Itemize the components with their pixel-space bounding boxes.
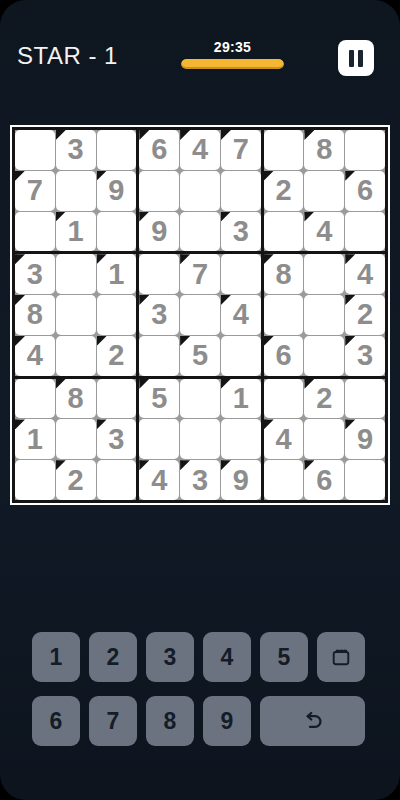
cell-r9c7[interactable] — [264, 460, 304, 500]
key-2[interactable]: 2 — [89, 632, 137, 682]
cell-r4c8[interactable] — [304, 254, 344, 294]
cell-r4c9[interactable]: 4 — [345, 254, 385, 294]
box-4: 31842 — [15, 254, 136, 375]
cell-r2c4[interactable] — [139, 171, 179, 211]
cell-r9c9[interactable] — [345, 460, 385, 500]
cell-r5c3[interactable] — [97, 295, 137, 335]
cell-r7c7[interactable] — [264, 379, 304, 419]
box-9: 2496 — [264, 379, 385, 500]
cell-r3c5[interactable] — [180, 212, 220, 252]
cell-r2c9[interactable]: 6 — [345, 171, 385, 211]
cell-r9c8[interactable]: 6 — [304, 460, 344, 500]
cell-r6c1[interactable]: 4 — [15, 336, 55, 376]
cell-r7c2[interactable]: 8 — [56, 379, 96, 419]
cell-r4c4[interactable] — [139, 254, 179, 294]
cell-r5c5[interactable] — [180, 295, 220, 335]
cell-r6c6[interactable] — [221, 336, 261, 376]
cell-r7c5[interactable] — [180, 379, 220, 419]
cell-r6c4[interactable] — [139, 336, 179, 376]
cell-r1c4[interactable]: 6 — [139, 130, 179, 170]
cell-r9c2[interactable]: 2 — [56, 460, 96, 500]
cell-r5c2[interactable] — [56, 295, 96, 335]
cell-r7c6[interactable]: 1 — [221, 379, 261, 419]
cell-r6c3[interactable]: 2 — [97, 336, 137, 376]
cell-r8c3[interactable]: 3 — [97, 419, 137, 459]
cell-r1c7[interactable] — [264, 130, 304, 170]
cell-r5c1[interactable]: 8 — [15, 295, 55, 335]
sudoku-grid: 3791647938264318427345842638132514392496 — [12, 127, 388, 503]
cell-r6c9[interactable]: 3 — [345, 336, 385, 376]
cell-r7c9[interactable] — [345, 379, 385, 419]
level-title: STAR - 1 — [17, 42, 118, 70]
cell-r4c3[interactable]: 1 — [97, 254, 137, 294]
cell-r8c2[interactable] — [56, 419, 96, 459]
cell-r6c5[interactable]: 5 — [180, 336, 220, 376]
cell-r1c5[interactable]: 4 — [180, 130, 220, 170]
cell-r8c1[interactable]: 1 — [15, 419, 55, 459]
cell-r1c1[interactable] — [15, 130, 55, 170]
cell-r3c2[interactable]: 1 — [56, 212, 96, 252]
cell-r9c1[interactable] — [15, 460, 55, 500]
timer-progress-fill — [181, 59, 284, 69]
cell-r9c6[interactable]: 9 — [221, 460, 261, 500]
cell-r1c2[interactable]: 3 — [56, 130, 96, 170]
cell-r2c5[interactable] — [180, 171, 220, 211]
cell-r4c5[interactable]: 7 — [180, 254, 220, 294]
cell-r5c9[interactable]: 2 — [345, 295, 385, 335]
keypad-row-1: 12345 — [32, 632, 365, 682]
box-7: 8132 — [15, 379, 136, 500]
key-4[interactable]: 4 — [203, 632, 251, 682]
cell-r5c6[interactable]: 4 — [221, 295, 261, 335]
pause-button[interactable] — [338, 40, 374, 76]
notes-button[interactable] — [317, 632, 365, 682]
timer-block: 29:35 — [181, 39, 284, 69]
cell-r4c6[interactable] — [221, 254, 261, 294]
cell-r9c5[interactable]: 3 — [180, 460, 220, 500]
cell-r8c8[interactable] — [304, 419, 344, 459]
cell-r4c2[interactable] — [56, 254, 96, 294]
cell-r1c8[interactable]: 8 — [304, 130, 344, 170]
cell-r8c9[interactable]: 9 — [345, 419, 385, 459]
key-6[interactable]: 6 — [32, 696, 80, 746]
key-5[interactable]: 5 — [260, 632, 308, 682]
box-5: 7345 — [139, 254, 260, 375]
cell-r2c8[interactable] — [304, 171, 344, 211]
undo-button[interactable] — [260, 696, 365, 746]
cell-r3c6[interactable]: 3 — [221, 212, 261, 252]
cell-r5c4[interactable]: 3 — [139, 295, 179, 335]
cell-r2c3[interactable]: 9 — [97, 171, 137, 211]
cell-r1c9[interactable] — [345, 130, 385, 170]
key-3[interactable]: 3 — [146, 632, 194, 682]
cell-r2c1[interactable]: 7 — [15, 171, 55, 211]
box-8: 51439 — [139, 379, 260, 500]
cell-r3c4[interactable]: 9 — [139, 212, 179, 252]
cell-r4c7[interactable]: 8 — [264, 254, 304, 294]
key-8[interactable]: 8 — [146, 696, 194, 746]
cell-r5c8[interactable] — [304, 295, 344, 335]
cell-r3c3[interactable] — [97, 212, 137, 252]
cell-r2c6[interactable] — [221, 171, 261, 211]
key-7[interactable]: 7 — [89, 696, 137, 746]
cell-r3c8[interactable]: 4 — [304, 212, 344, 252]
box-2: 64793 — [139, 130, 260, 251]
cell-r7c3[interactable] — [97, 379, 137, 419]
pause-icon — [349, 50, 354, 67]
cell-r2c7[interactable]: 2 — [264, 171, 304, 211]
cell-r8c4[interactable] — [139, 419, 179, 459]
key-9[interactable]: 9 — [203, 696, 251, 746]
sudoku-board: 3791647938264318427345842638132514392496 — [10, 125, 390, 505]
cell-r7c4[interactable]: 5 — [139, 379, 179, 419]
notepad-icon — [329, 645, 353, 669]
cell-r9c4[interactable]: 4 — [139, 460, 179, 500]
timer-text: 29:35 — [181, 39, 284, 55]
cell-r2c2[interactable] — [56, 171, 96, 211]
cell-r8c6[interactable] — [221, 419, 261, 459]
cell-r6c7[interactable]: 6 — [264, 336, 304, 376]
box-3: 8264 — [264, 130, 385, 251]
cell-r5c7[interactable] — [264, 295, 304, 335]
cell-r7c1[interactable] — [15, 379, 55, 419]
cell-r3c9[interactable] — [345, 212, 385, 252]
cell-r4c1[interactable]: 3 — [15, 254, 55, 294]
cell-r8c7[interactable]: 4 — [264, 419, 304, 459]
cell-r1c6[interactable]: 7 — [221, 130, 261, 170]
pause-icon — [358, 50, 363, 67]
key-1[interactable]: 1 — [32, 632, 80, 682]
cell-r1c3[interactable] — [97, 130, 137, 170]
cell-r9c3[interactable] — [97, 460, 137, 500]
cell-r6c8[interactable] — [304, 336, 344, 376]
cell-r3c7[interactable] — [264, 212, 304, 252]
cell-r6c2[interactable] — [56, 336, 96, 376]
app-screen: STAR - 1 29:35 3791647938264318427345842… — [0, 0, 400, 800]
timer-progress-track — [181, 59, 284, 69]
cell-r3c1[interactable] — [15, 212, 55, 252]
undo-icon — [300, 708, 326, 734]
cell-r8c5[interactable] — [180, 419, 220, 459]
box-1: 3791 — [15, 130, 136, 251]
keypad-row-2: 6789 — [32, 696, 365, 746]
box-6: 84263 — [264, 254, 385, 375]
cell-r7c8[interactable]: 2 — [304, 379, 344, 419]
